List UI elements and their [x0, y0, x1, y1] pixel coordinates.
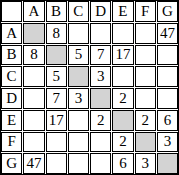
- row-header-A: A: [1, 23, 22, 44]
- cell-EF: 2: [135, 110, 156, 131]
- cell-DB: 7: [46, 88, 67, 109]
- cell-BA: 8: [23, 45, 44, 66]
- cell-DG: [157, 88, 178, 109]
- cell-FG: 3: [157, 132, 178, 153]
- cell-EB: 17: [46, 110, 67, 131]
- row-header-G: G: [1, 153, 22, 174]
- cell-CE: [112, 66, 133, 87]
- cell-GG: [157, 153, 178, 174]
- cell-GD: [90, 153, 111, 174]
- cell-BC: 5: [68, 45, 89, 66]
- col-header-B: B: [46, 1, 67, 22]
- cell-CF: [135, 66, 156, 87]
- cell-EG: 6: [157, 110, 178, 131]
- cell-BE: 17: [112, 45, 133, 66]
- cell-DC: 3: [68, 88, 89, 109]
- distance-table: ABCDEFGA847B85717C53D732E17226F23G4763: [0, 0, 179, 175]
- cell-EE: [112, 110, 133, 131]
- row-header-E: E: [1, 110, 22, 131]
- corner-cell: [1, 1, 22, 22]
- cell-AC: [68, 23, 89, 44]
- cell-BB: [46, 45, 67, 66]
- cell-FF: [135, 132, 156, 153]
- col-header-F: F: [135, 1, 156, 22]
- cell-AD: [90, 23, 111, 44]
- cell-DA: [23, 88, 44, 109]
- row-header-C: C: [1, 66, 22, 87]
- cell-FA: [23, 132, 44, 153]
- cell-GC: [68, 153, 89, 174]
- row-header-F: F: [1, 132, 22, 153]
- cell-GF: 3: [135, 153, 156, 174]
- cell-AG: 47: [157, 23, 178, 44]
- row-header-B: B: [1, 45, 22, 66]
- cell-AB: 8: [46, 23, 67, 44]
- cell-EC: [68, 110, 89, 131]
- cell-CG: [157, 66, 178, 87]
- cell-FB: [46, 132, 67, 153]
- cell-BF: [135, 45, 156, 66]
- cell-FD: [90, 132, 111, 153]
- cell-DF: [135, 88, 156, 109]
- row-header-D: D: [1, 88, 22, 109]
- cell-CD: 3: [90, 66, 111, 87]
- col-header-C: C: [68, 1, 89, 22]
- cell-BD: 7: [90, 45, 111, 66]
- col-header-E: E: [112, 1, 133, 22]
- cell-DD: [90, 88, 111, 109]
- cell-GA: 47: [23, 153, 44, 174]
- col-header-A: A: [23, 1, 44, 22]
- cell-EA: [23, 110, 44, 131]
- cell-CA: [23, 66, 44, 87]
- cell-AE: [112, 23, 133, 44]
- cell-CC: [68, 66, 89, 87]
- cell-DE: 2: [112, 88, 133, 109]
- cell-FE: 2: [112, 132, 133, 153]
- col-header-G: G: [157, 1, 178, 22]
- col-header-D: D: [90, 1, 111, 22]
- cell-GE: 6: [112, 153, 133, 174]
- cell-GB: [46, 153, 67, 174]
- cell-FC: [68, 132, 89, 153]
- cell-AA: [23, 23, 44, 44]
- cell-BG: [157, 45, 178, 66]
- cell-AF: [135, 23, 156, 44]
- cell-ED: 2: [90, 110, 111, 131]
- cell-CB: 5: [46, 66, 67, 87]
